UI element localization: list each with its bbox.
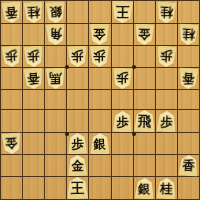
square-r5c6[interactable] bbox=[112, 90, 134, 110]
square-r2c6[interactable] bbox=[112, 24, 134, 46]
square-r6c7[interactable]: 飛 bbox=[134, 110, 156, 133]
piece-lance-gote[interactable]: 香 bbox=[1, 1, 21, 23]
square-r1c4[interactable] bbox=[67, 1, 89, 24]
piece-pawn-gote[interactable]: 歩 bbox=[24, 46, 44, 68]
square-r9c5[interactable] bbox=[89, 177, 111, 200]
square-r1c8[interactable]: 桂 bbox=[156, 1, 178, 24]
square-r1c1[interactable]: 香 bbox=[1, 1, 23, 24]
square-r9c3[interactable] bbox=[45, 177, 67, 200]
piece-knight-gote[interactable]: 桂 bbox=[178, 23, 198, 45]
square-r7c1[interactable]: 金 bbox=[1, 133, 23, 155]
square-r6c5[interactable] bbox=[89, 110, 111, 133]
square-r3c8[interactable]: 歩 bbox=[156, 46, 178, 68]
piece-pawn-gote[interactable]: 歩 bbox=[1, 45, 21, 67]
piece-rook-sente[interactable]: 飛 bbox=[133, 110, 155, 133]
piece-silver-sente[interactable]: 銀 bbox=[134, 177, 154, 199]
piece-pawn-gote[interactable]: 歩 bbox=[112, 68, 131, 89]
square-r6c3[interactable] bbox=[45, 110, 67, 133]
piece-pawn-sente[interactable]: 歩 bbox=[112, 110, 131, 131]
piece-silver-sente[interactable]: 銀 bbox=[90, 133, 109, 154]
square-r2c3[interactable]: 角 bbox=[45, 24, 67, 46]
square-r3c9[interactable] bbox=[178, 46, 200, 68]
piece-lance-gote[interactable]: 香 bbox=[178, 67, 198, 89]
square-r8c3[interactable] bbox=[45, 155, 67, 177]
piece-bishop-gote[interactable]: 角 bbox=[46, 24, 66, 46]
square-r8c5[interactable] bbox=[89, 155, 111, 177]
square-r8c2[interactable] bbox=[23, 155, 45, 177]
square-r5c5[interactable] bbox=[89, 90, 111, 110]
square-r3c7[interactable] bbox=[134, 46, 156, 68]
piece-pawn-sente[interactable]: 歩 bbox=[68, 133, 87, 154]
piece-gold-gote[interactable]: 金 bbox=[1, 132, 21, 154]
square-r4c2[interactable]: 香 bbox=[23, 68, 45, 90]
piece-gold-gote[interactable]: 金 bbox=[90, 24, 109, 45]
star-point-2 bbox=[132, 65, 136, 69]
piece-pawn-sente[interactable]: 歩 bbox=[156, 110, 176, 132]
square-r3c6[interactable] bbox=[112, 46, 134, 68]
square-r6c2[interactable] bbox=[23, 110, 45, 133]
piece-lance-sente[interactable]: 香 bbox=[178, 154, 198, 176]
square-r9c1[interactable] bbox=[1, 177, 23, 200]
shogi-app: 香桂銀王桂角金金桂歩歩歩歩歩香馬歩香歩飛歩金歩銀金香王銀桂 bbox=[0, 0, 200, 200]
square-r8c9[interactable]: 香 bbox=[178, 155, 200, 177]
square-r5c4[interactable] bbox=[67, 90, 89, 110]
square-r7c2[interactable] bbox=[23, 133, 45, 155]
square-r6c9[interactable] bbox=[178, 110, 200, 133]
piece-lance-gote[interactable]: 香 bbox=[24, 68, 44, 90]
square-r5c3[interactable] bbox=[45, 90, 67, 110]
square-r7c7[interactable] bbox=[134, 133, 156, 155]
square-r2c1[interactable] bbox=[1, 24, 23, 46]
square-r2c7[interactable]: 金 bbox=[134, 24, 156, 46]
piece-pawn-gote[interactable]: 歩 bbox=[68, 46, 87, 67]
square-r6c4[interactable] bbox=[67, 110, 89, 133]
square-r2c5[interactable]: 金 bbox=[89, 24, 111, 46]
piece-pawn-gote[interactable]: 歩 bbox=[90, 46, 109, 67]
square-r1c7[interactable] bbox=[134, 1, 156, 24]
square-r9c6[interactable] bbox=[112, 177, 134, 200]
square-r1c2[interactable]: 桂 bbox=[23, 1, 45, 24]
square-r8c8[interactable] bbox=[156, 155, 178, 177]
piece-promoted-bishop-gote[interactable]: 馬 bbox=[46, 68, 66, 90]
square-r4c6[interactable]: 歩 bbox=[112, 68, 134, 90]
piece-gold-sente[interactable]: 金 bbox=[68, 155, 87, 176]
piece-knight-gote[interactable]: 桂 bbox=[24, 1, 44, 23]
square-r4c3[interactable]: 馬 bbox=[45, 68, 67, 90]
square-r6c8[interactable]: 歩 bbox=[156, 110, 178, 133]
square-r9c9[interactable] bbox=[178, 177, 200, 200]
square-r5c2[interactable] bbox=[23, 90, 45, 110]
square-r7c4[interactable]: 歩 bbox=[67, 133, 89, 155]
square-r9c7[interactable]: 銀 bbox=[134, 177, 156, 200]
piece-gold-gote[interactable]: 金 bbox=[134, 24, 154, 46]
square-r1c5[interactable] bbox=[89, 1, 111, 24]
square-r7c6[interactable] bbox=[112, 133, 134, 155]
square-r1c6[interactable]: 王 bbox=[112, 1, 134, 24]
square-r8c7[interactable] bbox=[134, 155, 156, 177]
star-point-4 bbox=[132, 132, 136, 136]
star-point-1 bbox=[65, 65, 69, 69]
square-r4c7[interactable] bbox=[134, 68, 156, 90]
square-r4c5[interactable] bbox=[89, 68, 111, 90]
square-r2c2[interactable] bbox=[23, 24, 45, 46]
square-r4c8[interactable] bbox=[156, 68, 178, 90]
square-r3c5[interactable]: 歩 bbox=[89, 46, 111, 68]
square-r7c8[interactable] bbox=[156, 133, 178, 155]
square-r5c8[interactable] bbox=[156, 90, 178, 110]
shogi-board: 香桂銀王桂角金金桂歩歩歩歩歩香馬歩香歩飛歩金歩銀金香王銀桂 bbox=[0, 0, 200, 200]
square-r8c6[interactable] bbox=[112, 155, 134, 177]
square-r5c7[interactable] bbox=[134, 90, 156, 110]
square-r7c3[interactable] bbox=[45, 133, 67, 155]
piece-king-sente[interactable]: 王 bbox=[67, 177, 88, 199]
square-r3c2[interactable]: 歩 bbox=[23, 46, 45, 68]
piece-knight-gote[interactable]: 桂 bbox=[156, 1, 176, 23]
piece-knight-sente[interactable]: 桂 bbox=[156, 177, 176, 199]
square-r4c1[interactable] bbox=[1, 68, 23, 90]
square-r7c9[interactable] bbox=[178, 133, 200, 155]
square-r5c1[interactable] bbox=[1, 90, 23, 110]
square-r7c5[interactable]: 銀 bbox=[89, 133, 111, 155]
piece-silver-gote[interactable]: 銀 bbox=[46, 1, 66, 23]
square-r9c8[interactable]: 桂 bbox=[156, 177, 178, 200]
square-r6c6[interactable]: 歩 bbox=[112, 110, 134, 133]
star-point-3 bbox=[65, 132, 69, 136]
square-r3c3[interactable] bbox=[45, 46, 67, 68]
square-r2c8[interactable] bbox=[156, 24, 178, 46]
square-r8c4[interactable]: 金 bbox=[67, 155, 89, 177]
square-r9c4[interactable]: 王 bbox=[67, 177, 89, 200]
square-r4c9[interactable]: 香 bbox=[178, 68, 200, 90]
square-r2c4[interactable] bbox=[67, 24, 89, 46]
piece-king-gote[interactable]: 王 bbox=[111, 1, 132, 23]
square-r4c4[interactable] bbox=[67, 68, 89, 90]
square-r2c9[interactable]: 桂 bbox=[178, 24, 200, 46]
square-r8c1[interactable] bbox=[1, 155, 23, 177]
square-r6c1[interactable] bbox=[1, 110, 23, 133]
piece-pawn-gote[interactable]: 歩 bbox=[156, 46, 176, 68]
square-r1c9[interactable] bbox=[178, 1, 200, 24]
square-r3c1[interactable]: 歩 bbox=[1, 46, 23, 68]
square-r3c4[interactable]: 歩 bbox=[67, 46, 89, 68]
square-r1c3[interactable]: 銀 bbox=[45, 1, 67, 24]
square-r5c9[interactable] bbox=[178, 90, 200, 110]
square-r9c2[interactable] bbox=[23, 177, 45, 200]
